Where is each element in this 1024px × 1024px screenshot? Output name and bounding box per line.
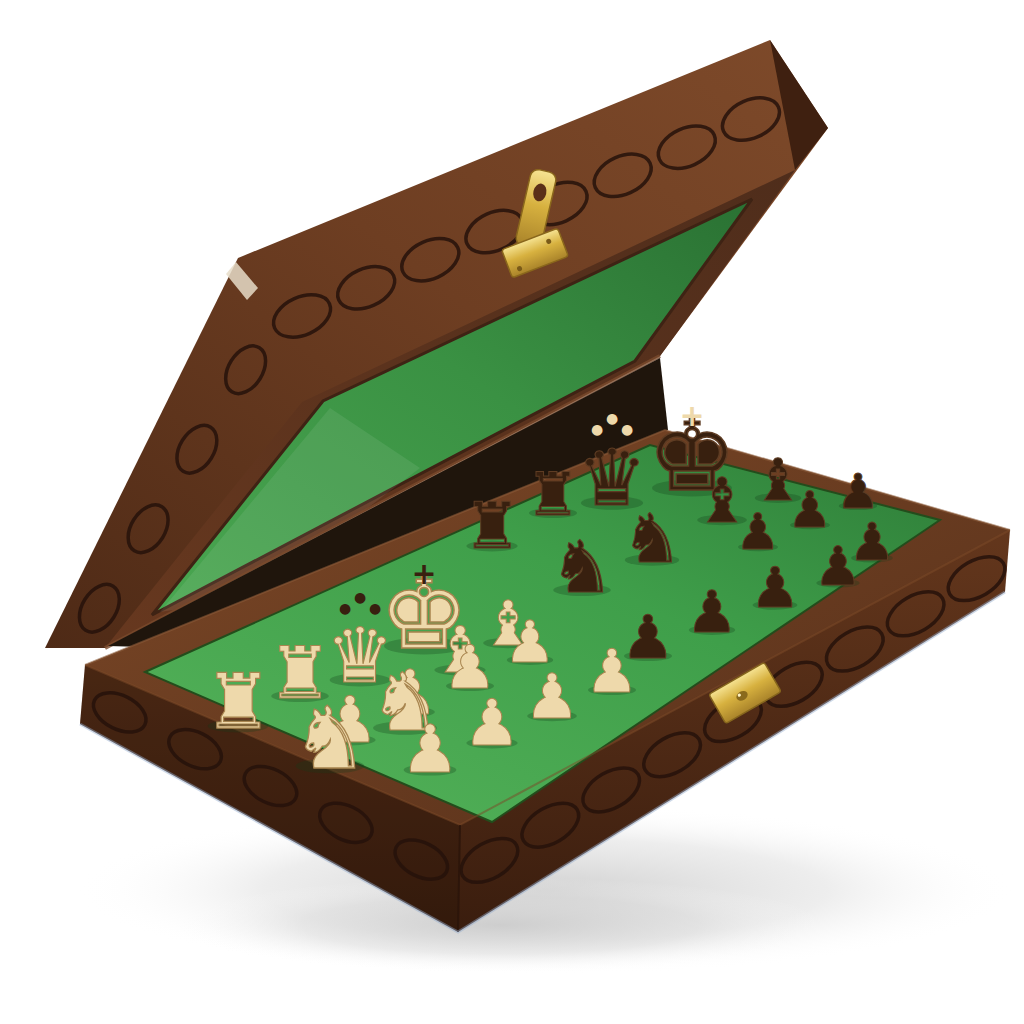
chess-box-photo: ♚♝♛♟♜♝♟♜♟♟♞♟♞♟♟♝♚♟♟♝♛♟♟♜♟♟♜♞♟♟♞♟ ++●●●●●… [0, 0, 1024, 1024]
dark-pawn-4: ♟ [814, 535, 862, 598]
light-pawn-7: ♟ [524, 660, 580, 733]
dark-queen-crown-ball-2: ● [606, 410, 618, 426]
light-pawn-8: ♟ [585, 636, 639, 706]
light-pawn-5: ♟ [400, 711, 459, 788]
dark-queen-crown-ball-1: ● [591, 421, 603, 437]
light-queen-crown-ball-2: ● [354, 589, 366, 605]
dark-rook-2: ♜ [526, 459, 580, 529]
dark-knight-1: ♞ [550, 525, 615, 609]
dark-pawn-3: ♟ [750, 555, 800, 620]
light-rook-1: ♜ [204, 657, 272, 746]
dark-pawn-6: ♟ [736, 503, 781, 561]
light-queen-crown-ball-3: ● [369, 600, 381, 616]
light-knight-1: ♞ [291, 688, 368, 788]
light-king-cross-finial: + [411, 556, 436, 591]
light-queen-crown-ball-1: ● [339, 600, 351, 616]
dark-rook-1: ♜ [463, 489, 520, 563]
dark-pawn-8: ♟ [836, 463, 879, 519]
dark-pawn-7: ♟ [788, 481, 833, 539]
dark-queen-crown-ball-3: ● [621, 421, 633, 437]
light-pawn-6: ♟ [463, 686, 520, 760]
photo-stage: ♚♝♛♟♜♝♟♜♟♟♞♟♞♟♟♝♚♟♟♝♛♟♟♜♟♟♜♞♟♟♞♟ ++●●●●●… [0, 0, 1024, 1024]
dark-king-cross-finial: + [679, 398, 704, 433]
dark-pawn-2: ♟ [686, 578, 738, 646]
dark-knight-2: ♞ [622, 499, 683, 578]
